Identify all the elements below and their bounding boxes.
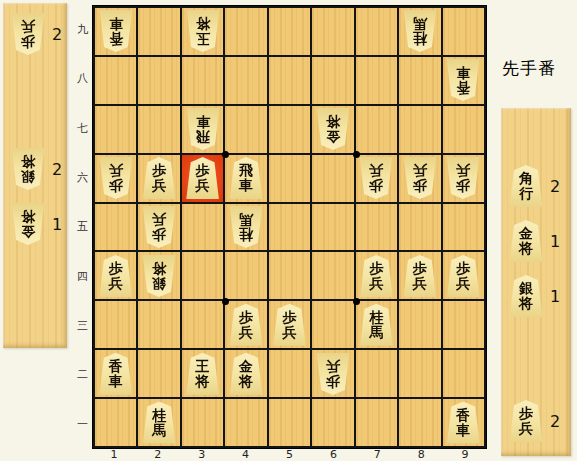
square-6四[interactable] (312, 252, 353, 299)
square-4七[interactable] (225, 106, 266, 153)
piece-kanji: 桂 (239, 227, 253, 242)
shogi-board: 香車玉将桂馬香車飛車金将歩兵歩兵歩兵飛車歩兵歩兵歩兵歩兵桂馬歩兵銀将歩兵歩兵歩兵… (92, 5, 487, 449)
piece-kanji: 香 (109, 359, 123, 374)
piece-歩兵-sente[interactable]: 歩兵 (99, 255, 133, 297)
square-7四[interactable]: 歩兵 (356, 252, 397, 299)
square-8九[interactable]: 桂馬 (399, 8, 440, 55)
piece-香車-sente[interactable]: 香車 (99, 353, 133, 395)
square-4三[interactable]: 歩兵 (225, 301, 266, 348)
piece-kanji: 将 (326, 114, 340, 129)
piece-歩兵-gote[interactable]: 歩兵 (446, 157, 480, 199)
piece-kanji: 歩 (519, 406, 533, 421)
piece-kanji: 歩 (196, 163, 210, 178)
file-label-6: 6 (311, 447, 355, 461)
piece-kanji: 歩 (152, 227, 166, 242)
piece-歩兵-gote[interactable]: 歩兵 (142, 206, 176, 248)
piece-角行-in-hand[interactable]: 角行 (509, 165, 543, 207)
piece-kanji: 金 (519, 226, 533, 241)
piece-kanji: 将 (21, 209, 35, 224)
square-8八[interactable] (399, 57, 440, 104)
piece-kanji: 将 (519, 296, 533, 311)
square-7五[interactable] (356, 204, 397, 251)
file-label-5: 5 (268, 447, 312, 461)
hand-item-歩兵: 歩兵2 (11, 13, 62, 55)
rank-label-三: 三 (74, 301, 91, 350)
square-3一[interactable] (182, 399, 223, 446)
piece-銀将-in-hand[interactable]: 銀将 (11, 148, 45, 190)
piece-kanji: 桂 (413, 31, 427, 46)
piece-kanji: 桂 (369, 310, 383, 325)
piece-kanji: 金 (21, 224, 35, 239)
square-6三[interactable] (312, 301, 353, 348)
piece-kanji: 兵 (196, 178, 210, 193)
piece-kanji: 将 (196, 16, 210, 31)
rank-label-六: 六 (74, 153, 91, 202)
piece-kanji: 馬 (152, 423, 166, 438)
square-7一[interactable] (356, 399, 397, 446)
piece-kanji: 歩 (413, 261, 427, 276)
hand-count: 2 (52, 160, 62, 179)
square-4五[interactable]: 桂馬 (225, 204, 266, 251)
piece-kanji: 兵 (152, 178, 166, 193)
piece-kanji: 兵 (519, 421, 533, 436)
piece-kanji: 歩 (456, 261, 470, 276)
hand-count: 2 (550, 412, 560, 431)
piece-飛車-gote[interactable]: 飛車 (186, 108, 220, 150)
hand-count: 2 (52, 25, 62, 44)
turn-indicator: 先手番 (502, 57, 574, 80)
hand-item-銀将: 銀将2 (11, 148, 62, 190)
square-4八[interactable] (225, 57, 266, 104)
rank-label-一: 一 (74, 400, 91, 449)
file-label-3: 3 (180, 447, 224, 461)
square-5二[interactable] (269, 350, 310, 397)
piece-kanji: 行 (519, 186, 533, 201)
piece-桂馬-sente[interactable]: 桂馬 (142, 402, 176, 444)
piece-kanji: 兵 (109, 276, 123, 291)
rank-label-八: 八 (74, 54, 91, 103)
square-9九[interactable] (443, 8, 484, 55)
piece-kanji: 車 (109, 16, 123, 31)
square-9三[interactable] (443, 301, 484, 348)
piece-kanji: 歩 (369, 178, 383, 193)
square-3七[interactable]: 飛車 (182, 106, 223, 153)
piece-kanji: 車 (109, 374, 123, 389)
square-2七[interactable] (138, 106, 179, 153)
square-9七[interactable] (443, 106, 484, 153)
star-point (222, 298, 229, 305)
piece-kanji: 歩 (369, 261, 383, 276)
square-1四[interactable]: 歩兵 (95, 252, 136, 299)
piece-kanji: 銀 (152, 276, 166, 291)
file-label-8: 8 (399, 447, 443, 461)
square-7三[interactable]: 桂馬 (356, 301, 397, 348)
square-5四[interactable] (269, 252, 310, 299)
hand-item-金将: 金将1 (11, 203, 62, 245)
piece-歩兵-gote[interactable]: 歩兵 (99, 157, 133, 199)
square-3九[interactable]: 玉将 (182, 8, 223, 55)
square-8四[interactable]: 歩兵 (399, 252, 440, 299)
piece-kanji: 兵 (456, 276, 470, 291)
piece-kanji: 銀 (519, 281, 533, 296)
rank-label-二: 二 (74, 350, 91, 399)
rank-label-九: 九 (74, 5, 91, 54)
square-9五[interactable] (443, 204, 484, 251)
square-8六[interactable]: 歩兵 (399, 155, 440, 202)
piece-歩兵-sente[interactable]: 歩兵 (142, 157, 176, 199)
square-6六[interactable] (312, 155, 353, 202)
square-4九[interactable] (225, 8, 266, 55)
piece-kanji: 兵 (282, 325, 296, 340)
hand-count: 1 (550, 287, 560, 306)
hand-count: 1 (52, 215, 62, 234)
piece-桂馬-sente[interactable]: 桂馬 (359, 304, 393, 346)
square-5七[interactable] (269, 106, 310, 153)
square-9八[interactable]: 香車 (443, 57, 484, 104)
square-3八[interactable] (182, 57, 223, 104)
piece-金将-in-hand[interactable]: 金将 (11, 203, 45, 245)
rank-labels: 九八七六五四三二一 (74, 5, 91, 449)
piece-kanji: 王 (196, 359, 210, 374)
square-8七[interactable] (399, 106, 440, 153)
square-5三[interactable]: 歩兵 (269, 301, 310, 348)
piece-kanji: 歩 (326, 374, 340, 389)
square-1二[interactable]: 香車 (95, 350, 136, 397)
square-5一[interactable] (269, 399, 310, 446)
square-9一[interactable]: 香車 (443, 399, 484, 446)
piece-kanji: 歩 (282, 310, 296, 325)
piece-金将-in-hand[interactable]: 金将 (509, 220, 543, 262)
star-point (222, 151, 229, 158)
file-label-9: 9 (443, 447, 487, 461)
square-4一[interactable] (225, 399, 266, 446)
square-1三[interactable] (95, 301, 136, 348)
square-7二[interactable] (356, 350, 397, 397)
square-6一[interactable] (312, 399, 353, 446)
piece-kanji: 将 (196, 374, 210, 389)
piece-kanji: 馬 (413, 16, 427, 31)
square-1九[interactable]: 香車 (95, 8, 136, 55)
square-1七[interactable] (95, 106, 136, 153)
hand-item-金将: 金将1 (509, 220, 560, 262)
square-7九[interactable] (356, 8, 397, 55)
piece-kanji: 歩 (21, 34, 35, 49)
piece-kanji: 香 (456, 80, 470, 95)
piece-歩兵-gote[interactable]: 歩兵 (403, 157, 437, 199)
piece-kanji: 金 (326, 129, 340, 144)
piece-kanji: 車 (239, 178, 253, 193)
square-7六[interactable]: 歩兵 (356, 155, 397, 202)
file-label-2: 2 (136, 447, 180, 461)
piece-kanji: 飛 (196, 129, 210, 144)
file-label-1: 1 (92, 447, 136, 461)
piece-香車-gote[interactable]: 香車 (446, 59, 480, 101)
square-3六[interactable]: 歩兵 (182, 155, 223, 202)
piece-銀将-gote[interactable]: 銀将 (142, 255, 176, 297)
piece-kanji: 将 (239, 374, 253, 389)
file-label-7: 7 (355, 447, 399, 461)
square-8一[interactable] (399, 399, 440, 446)
piece-飛車-sente[interactable]: 飛車 (229, 157, 263, 199)
piece-kanji: 香 (456, 408, 470, 423)
square-8二[interactable] (399, 350, 440, 397)
square-6七[interactable]: 金将 (312, 106, 353, 153)
piece-kanji: 兵 (413, 163, 427, 178)
file-labels: 123456789 (92, 447, 487, 461)
square-3四[interactable] (182, 252, 223, 299)
piece-kanji: 将 (519, 241, 533, 256)
piece-歩兵-in-hand[interactable]: 歩兵 (509, 400, 543, 442)
square-2六[interactable]: 歩兵 (138, 155, 179, 202)
piece-歩兵-sente[interactable]: 歩兵 (229, 304, 263, 346)
square-2九[interactable] (138, 8, 179, 55)
piece-kanji: 飛 (239, 163, 253, 178)
piece-歩兵-sente[interactable]: 歩兵 (403, 255, 437, 297)
square-2八[interactable] (138, 57, 179, 104)
piece-kanji: 歩 (239, 310, 253, 325)
piece-kanji: 兵 (152, 212, 166, 227)
piece-kanji: 兵 (369, 276, 383, 291)
piece-歩兵-sente[interactable]: 歩兵 (359, 255, 393, 297)
square-5五[interactable] (269, 204, 310, 251)
square-5六[interactable] (269, 155, 310, 202)
piece-kanji: 桂 (152, 408, 166, 423)
rank-label-五: 五 (74, 202, 91, 251)
square-4六[interactable]: 飛車 (225, 155, 266, 202)
piece-kanji: 兵 (413, 276, 427, 291)
piece-kanji: 将 (152, 261, 166, 276)
hand-item-歩兵: 歩兵2 (509, 400, 560, 442)
piece-桂馬-gote[interactable]: 桂馬 (229, 206, 263, 248)
piece-王将-sente[interactable]: 王将 (186, 353, 220, 395)
piece-kanji: 角 (519, 171, 533, 186)
hand-item-銀将: 銀将1 (509, 275, 560, 317)
square-1一[interactable] (95, 399, 136, 446)
hand-count: 1 (550, 232, 560, 251)
square-1五[interactable] (95, 204, 136, 251)
square-2三[interactable] (138, 301, 179, 348)
piece-玉将-gote[interactable]: 玉将 (186, 10, 220, 52)
piece-kanji: 兵 (326, 359, 340, 374)
square-5九[interactable] (269, 8, 310, 55)
square-5八[interactable] (269, 57, 310, 104)
piece-香車-sente[interactable]: 香車 (446, 402, 480, 444)
square-4四[interactable] (225, 252, 266, 299)
piece-kanji: 車 (456, 423, 470, 438)
square-2四[interactable]: 銀将 (138, 252, 179, 299)
piece-kanji: 兵 (21, 19, 35, 34)
square-1八[interactable] (95, 57, 136, 104)
piece-kanji: 兵 (369, 163, 383, 178)
piece-歩兵-sente[interactable]: 歩兵 (272, 304, 306, 346)
piece-kanji: 銀 (21, 169, 35, 184)
square-2一[interactable]: 桂馬 (138, 399, 179, 446)
piece-kanji: 兵 (109, 163, 123, 178)
piece-桂馬-gote[interactable]: 桂馬 (403, 10, 437, 52)
star-point (353, 151, 360, 158)
piece-kanji: 兵 (239, 325, 253, 340)
piece-kanji: 金 (239, 359, 253, 374)
captured-pieces-stand-bottom-player: 角行2金将1銀将1歩兵2 (501, 108, 571, 456)
piece-kanji: 歩 (109, 261, 123, 276)
square-6八[interactable] (312, 57, 353, 104)
piece-香車-gote[interactable]: 香車 (99, 10, 133, 52)
file-label-4: 4 (224, 447, 268, 461)
rank-label-七: 七 (74, 104, 91, 153)
square-9六[interactable]: 歩兵 (443, 155, 484, 202)
piece-kanji: 歩 (152, 163, 166, 178)
square-3五[interactable] (182, 204, 223, 251)
piece-kanji: 香 (109, 31, 123, 46)
star-point (353, 298, 360, 305)
piece-kanji: 車 (456, 65, 470, 80)
piece-歩兵-in-hand[interactable]: 歩兵 (11, 13, 45, 55)
piece-kanji: 歩 (413, 178, 427, 193)
square-2五[interactable]: 歩兵 (138, 204, 179, 251)
square-6二[interactable]: 歩兵 (312, 350, 353, 397)
piece-kanji: 馬 (239, 212, 253, 227)
square-8五[interactable] (399, 204, 440, 251)
square-9四[interactable]: 歩兵 (443, 252, 484, 299)
square-1六[interactable]: 歩兵 (95, 155, 136, 202)
piece-歩兵-sente[interactable]: 歩兵 (186, 157, 220, 199)
square-3三[interactable] (182, 301, 223, 348)
piece-金将-gote[interactable]: 金将 (316, 108, 350, 150)
board-grid: 香車玉将桂馬香車飛車金将歩兵歩兵歩兵飛車歩兵歩兵歩兵歩兵桂馬歩兵銀将歩兵歩兵歩兵… (93, 6, 486, 448)
square-2二[interactable] (138, 350, 179, 397)
square-7七[interactable] (356, 106, 397, 153)
piece-歩兵-sente[interactable]: 歩兵 (446, 255, 480, 297)
piece-歩兵-gote[interactable]: 歩兵 (316, 353, 350, 395)
square-6五[interactable] (312, 204, 353, 251)
piece-kanji: 馬 (369, 325, 383, 340)
piece-金将-sente[interactable]: 金将 (229, 353, 263, 395)
piece-kanji: 車 (196, 114, 210, 129)
shogi-app: 歩兵2銀将2金将1 角行2金将1銀将1歩兵2 先手番 九八七六五四三二一 香車玉… (0, 0, 577, 461)
piece-kanji: 歩 (109, 178, 123, 193)
square-3二[interactable]: 王将 (182, 350, 223, 397)
hand-count: 2 (550, 177, 560, 196)
captured-pieces-stand-top-player: 歩兵2銀将2金将1 (3, 3, 67, 348)
square-8三[interactable] (399, 301, 440, 348)
square-6九[interactable] (312, 8, 353, 55)
hand-item-角行: 角行2 (509, 165, 560, 207)
piece-銀将-in-hand[interactable]: 銀将 (509, 275, 543, 317)
piece-kanji: 歩 (456, 178, 470, 193)
square-4二[interactable]: 金将 (225, 350, 266, 397)
piece-歩兵-gote[interactable]: 歩兵 (359, 157, 393, 199)
rank-label-四: 四 (74, 252, 91, 301)
piece-kanji: 兵 (456, 163, 470, 178)
piece-kanji: 将 (21, 154, 35, 169)
square-7八[interactable] (356, 57, 397, 104)
piece-kanji: 玉 (196, 31, 210, 46)
square-9二[interactable] (443, 350, 484, 397)
